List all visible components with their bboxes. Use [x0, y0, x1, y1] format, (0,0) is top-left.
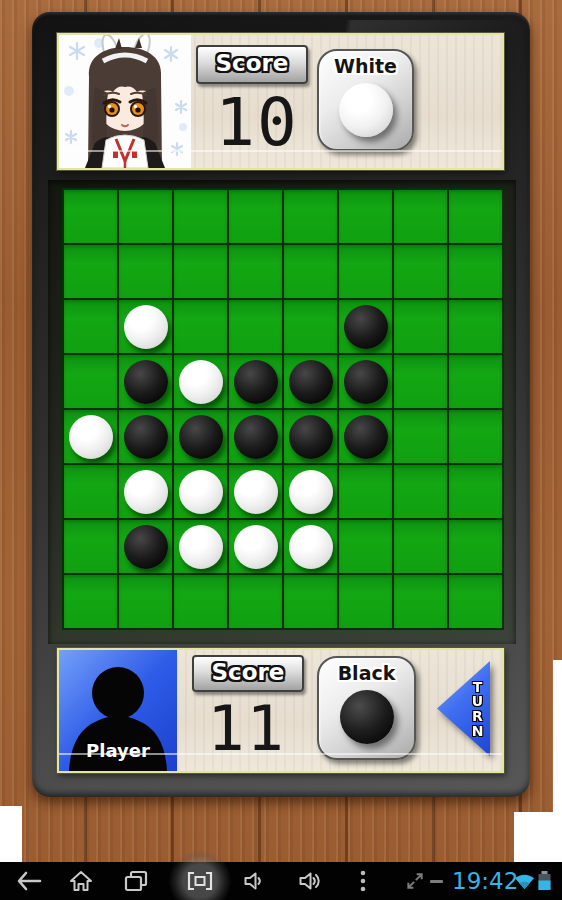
board-cell-a4[interactable] — [64, 355, 117, 408]
board-cell-d4[interactable] — [229, 355, 282, 408]
black-disc — [289, 415, 333, 459]
board-cell-b2[interactable] — [119, 245, 172, 298]
recents-button[interactable] — [124, 862, 148, 900]
board-cell-a2[interactable] — [64, 245, 117, 298]
black-side-button[interactable]: Black — [317, 656, 416, 760]
board-cell-g3[interactable] — [394, 300, 447, 353]
board-cell-h8[interactable] — [449, 575, 502, 628]
board-cell-c1[interactable] — [174, 190, 227, 243]
board-cell-c7[interactable] — [174, 520, 227, 573]
board-cell-g1[interactable] — [394, 190, 447, 243]
board-cell-e1[interactable] — [284, 190, 337, 243]
black-disc — [344, 305, 388, 349]
board-cell-f4[interactable] — [339, 355, 392, 408]
player-avatar: Player — [59, 650, 177, 771]
board-cell-a1[interactable] — [64, 190, 117, 243]
reversi-board[interactable] — [62, 188, 504, 630]
white-disc — [124, 470, 168, 514]
board-cell-h6[interactable] — [449, 465, 502, 518]
board-cell-b1[interactable] — [119, 190, 172, 243]
volume-down-icon — [243, 871, 264, 891]
white-side-button[interactable]: White — [317, 49, 414, 151]
screenshot-icon — [186, 870, 214, 892]
black-disc — [124, 415, 168, 459]
white-disc — [289, 525, 333, 569]
board-cell-h7[interactable] — [449, 520, 502, 573]
white-disc — [289, 470, 333, 514]
board-cell-c2[interactable] — [174, 245, 227, 298]
board-cell-e4[interactable] — [284, 355, 337, 408]
board-cell-c4[interactable] — [174, 355, 227, 408]
board-cell-g7[interactable] — [394, 520, 447, 573]
board-cell-e5[interactable] — [284, 410, 337, 463]
back-icon — [16, 871, 42, 891]
board-cell-f1[interactable] — [339, 190, 392, 243]
board-cell-c8[interactable] — [174, 575, 227, 628]
board-cell-d8[interactable] — [229, 575, 282, 628]
screenshot-button[interactable] — [186, 862, 214, 900]
black-disc — [179, 415, 223, 459]
board-container — [48, 180, 516, 644]
board-cell-b4[interactable] — [119, 355, 172, 408]
board-cell-d5[interactable] — [229, 410, 282, 463]
volume-up-button[interactable] — [298, 862, 322, 900]
white-disc — [124, 305, 168, 349]
white-disc — [179, 470, 223, 514]
overflow-menu-button[interactable] — [357, 862, 369, 900]
black-disc-icon — [340, 690, 394, 744]
board-cell-h2[interactable] — [449, 245, 502, 298]
wallpaper-gap-bottom-left — [0, 806, 22, 862]
board-cell-a8[interactable] — [64, 575, 117, 628]
board-cell-g8[interactable] — [394, 575, 447, 628]
board-cell-e7[interactable] — [284, 520, 337, 573]
minimize-dash[interactable] — [430, 880, 443, 883]
board-cell-a3[interactable] — [64, 300, 117, 353]
recents-icon — [124, 870, 148, 892]
turn-indicator: TURN — [437, 661, 490, 756]
opponent-avatar — [59, 35, 191, 168]
board-cell-a7[interactable] — [64, 520, 117, 573]
board-cell-f8[interactable] — [339, 575, 392, 628]
board-cell-c3[interactable] — [174, 300, 227, 353]
board-cell-d2[interactable] — [229, 245, 282, 298]
board-cell-f2[interactable] — [339, 245, 392, 298]
wallpaper-gap-right — [553, 660, 562, 862]
board-cell-a5[interactable] — [64, 410, 117, 463]
board-cell-a6[interactable] — [64, 465, 117, 518]
board-cell-c5[interactable] — [174, 410, 227, 463]
board-cell-e6[interactable] — [284, 465, 337, 518]
board-cell-f7[interactable] — [339, 520, 392, 573]
player-avatar-label: Player — [59, 740, 177, 761]
board-cell-d1[interactable] — [229, 190, 282, 243]
expand-icon — [404, 871, 426, 891]
board-cell-b7[interactable] — [119, 520, 172, 573]
overflow-menu-icon — [360, 870, 366, 892]
white-disc — [179, 525, 223, 569]
player-panel: Player Score 11 Black TURN — [57, 648, 504, 773]
black-disc — [289, 360, 333, 404]
board-cell-b3[interactable] — [119, 300, 172, 353]
board-cell-g5[interactable] — [394, 410, 447, 463]
white-disc — [179, 360, 223, 404]
board-cell-g2[interactable] — [394, 245, 447, 298]
board-cell-e3[interactable] — [284, 300, 337, 353]
opponent-panel: Score 10 White — [57, 33, 504, 170]
black-side-label: Black — [319, 662, 414, 684]
home-button[interactable] — [68, 862, 94, 900]
black-disc — [234, 360, 278, 404]
expand-button[interactable] — [404, 862, 426, 900]
board-cell-h5[interactable] — [449, 410, 502, 463]
white-disc — [234, 525, 278, 569]
screen: Score 10 White — [0, 0, 562, 900]
volume-down-button[interactable] — [242, 862, 264, 900]
board-cell-b6[interactable] — [119, 465, 172, 518]
black-disc — [124, 360, 168, 404]
black-disc — [234, 415, 278, 459]
white-disc — [69, 415, 113, 459]
volume-up-icon — [298, 871, 322, 891]
status-clock: 19:42 — [452, 862, 516, 900]
board-cell-d7[interactable] — [229, 520, 282, 573]
board-cell-h4[interactable] — [449, 355, 502, 408]
navigation-bar: 19:42 — [0, 862, 562, 900]
board-cell-f5[interactable] — [339, 410, 392, 463]
board-cell-g4[interactable] — [394, 355, 447, 408]
board-cell-d3[interactable] — [229, 300, 282, 353]
board-cell-h1[interactable] — [449, 190, 502, 243]
wifi-status — [514, 862, 535, 900]
battery-icon — [538, 871, 551, 891]
board-cell-f3[interactable] — [339, 300, 392, 353]
board-cell-b8[interactable] — [119, 575, 172, 628]
battery-status — [538, 862, 551, 900]
turn-label: TURN — [470, 679, 485, 738]
board-cell-g6[interactable] — [394, 465, 447, 518]
board-cell-f6[interactable] — [339, 465, 392, 518]
black-disc — [344, 415, 388, 459]
black-disc — [124, 525, 168, 569]
black-score-label: Score — [192, 655, 304, 692]
board-cell-d6[interactable] — [229, 465, 282, 518]
home-icon — [69, 870, 93, 892]
white-disc-icon — [339, 83, 393, 137]
black-score-value: 11 — [189, 696, 304, 762]
board-cell-h3[interactable] — [449, 300, 502, 353]
game-frame: Score 10 White — [32, 12, 530, 797]
white-disc — [234, 470, 278, 514]
wifi-icon — [514, 873, 535, 890]
back-button[interactable] — [14, 862, 44, 900]
board-cell-e2[interactable] — [284, 245, 337, 298]
white-score-value: 10 — [197, 87, 317, 159]
board-cell-b5[interactable] — [119, 410, 172, 463]
board-cell-e8[interactable] — [284, 575, 337, 628]
board-cell-c6[interactable] — [174, 465, 227, 518]
black-disc — [344, 360, 388, 404]
white-score-label: Score — [196, 45, 308, 84]
white-side-label: White — [319, 55, 412, 77]
